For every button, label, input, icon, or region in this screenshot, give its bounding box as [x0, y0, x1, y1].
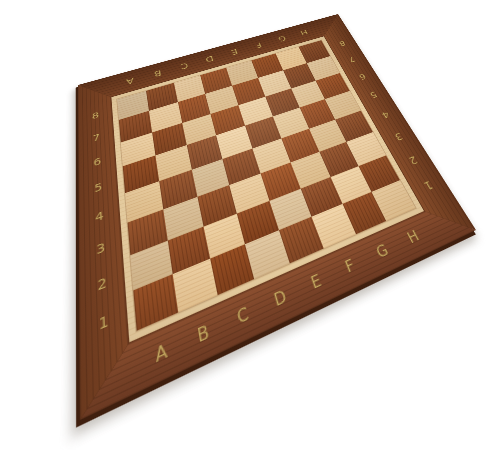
chessboard: AABBCCDDEEFFGGHH8877665544332211 [78, 14, 476, 420]
board-face: AABBCCDDEEFFGGHH8877665544332211 [78, 14, 476, 420]
photo-canvas: AABBCCDDEEFFGGHH8877665544332211 [0, 0, 500, 450]
